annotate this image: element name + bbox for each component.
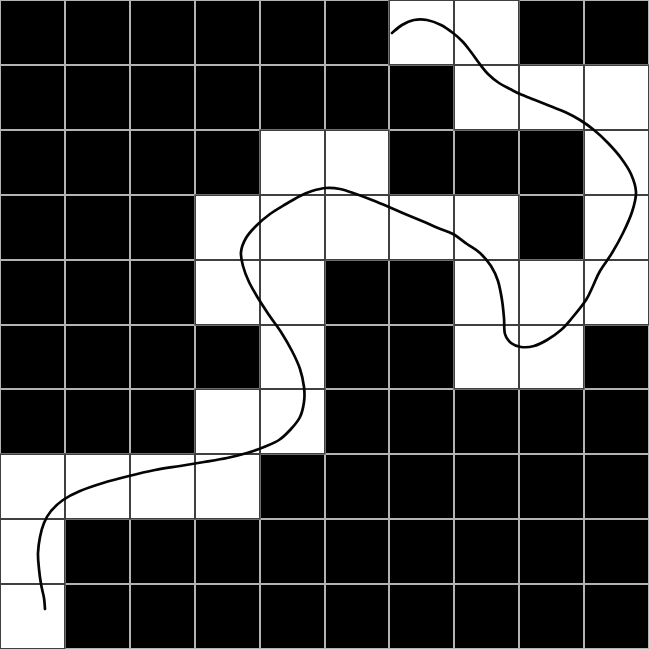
open-cell [520,326,583,389]
wall-cell [585,1,648,64]
open-cell [390,1,453,64]
wall-cell [131,520,194,583]
wall-cell [131,261,194,324]
open-cell [585,131,648,194]
wall-cell [261,520,324,583]
wall-cell [390,390,453,453]
wall-cell [585,390,648,453]
wall-cell [131,326,194,389]
wall-cell [131,66,194,129]
wall-cell [390,66,453,129]
open-cell [455,326,518,389]
open-cell [1,455,64,518]
wall-cell [1,326,64,389]
wall-cell [326,1,389,64]
wall-cell [520,585,583,648]
wall-cell [520,455,583,518]
wall-cell [261,585,324,648]
wall-cell [1,131,64,194]
open-cell [131,455,194,518]
wall-cell [66,261,129,324]
wall-cell [520,196,583,259]
wall-cell [131,390,194,453]
wall-cell [66,1,129,64]
wall-cell [390,261,453,324]
wall-cell [196,1,259,64]
open-cell [520,261,583,324]
open-cell [326,196,389,259]
wall-cell [585,326,648,389]
open-cell [455,196,518,259]
open-cell [196,261,259,324]
wall-cell [196,326,259,389]
wall-cell [131,131,194,194]
wall-cell [520,131,583,194]
wall-cell [131,1,194,64]
wall-cell [1,196,64,259]
wall-cell [326,520,389,583]
wall-cell [520,520,583,583]
open-cell [66,455,129,518]
wall-cell [66,66,129,129]
wall-cell [326,326,389,389]
open-cell [585,261,648,324]
wall-cell [390,520,453,583]
open-cell [585,66,648,129]
open-cell [1,520,64,583]
wall-cell [455,131,518,194]
wall-cell [326,455,389,518]
open-cell [455,66,518,129]
wall-cell [66,520,129,583]
wall-cell [455,520,518,583]
wall-cell [326,66,389,129]
maze-board[interactable] [0,0,649,649]
wall-cell [66,196,129,259]
open-cell [455,261,518,324]
wall-cell [131,196,194,259]
wall-cell [455,390,518,453]
wall-cell [131,585,194,648]
open-cell [1,585,64,648]
open-cell [196,196,259,259]
wall-cell [196,585,259,648]
open-cell [261,261,324,324]
wall-cell [520,1,583,64]
open-cell [261,390,324,453]
open-cell [326,131,389,194]
wall-cell [455,455,518,518]
wall-cell [390,326,453,389]
wall-cell [196,66,259,129]
wall-cell [326,585,389,648]
wall-cell [196,131,259,194]
wall-cell [455,585,518,648]
wall-cell [1,261,64,324]
wall-cell [520,390,583,453]
open-cell [261,131,324,194]
wall-cell [1,66,64,129]
open-cell [520,66,583,129]
wall-cell [261,1,324,64]
wall-cell [66,131,129,194]
maze-stage [0,0,649,649]
wall-cell [390,455,453,518]
wall-cell [585,455,648,518]
wall-cell [66,390,129,453]
wall-cell [390,585,453,648]
open-cell [261,326,324,389]
open-cell [196,390,259,453]
wall-cell [390,131,453,194]
wall-cell [1,1,64,64]
wall-cell [66,585,129,648]
wall-cell [261,66,324,129]
wall-cell [585,585,648,648]
wall-cell [66,326,129,389]
open-cell [390,196,453,259]
open-cell [261,196,324,259]
wall-cell [585,520,648,583]
wall-cell [1,390,64,453]
open-cell [585,196,648,259]
open-cell [196,455,259,518]
wall-cell [261,455,324,518]
wall-cell [196,520,259,583]
wall-cell [326,261,389,324]
wall-cell [326,390,389,453]
open-cell [455,1,518,64]
